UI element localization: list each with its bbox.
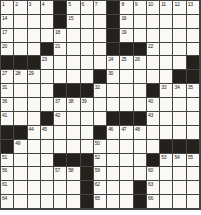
cell-r3c3[interactable] — [28, 29, 41, 43]
cell-r11c15 — [187, 140, 200, 154]
cell-r3c1[interactable]: 17 — [1, 29, 14, 43]
cell-r10c10[interactable]: 47 — [120, 126, 133, 140]
cell-r2c8[interactable] — [94, 15, 107, 29]
clue-number: 46 — [108, 126, 113, 132]
cell-r11c4[interactable] — [41, 140, 54, 154]
cell-r2c2[interactable] — [14, 15, 27, 29]
cell-r12c8[interactable]: 52 — [94, 154, 107, 168]
cell-r1c4[interactable]: 4 — [41, 1, 54, 15]
cell-r5c1 — [1, 56, 14, 70]
cell-r6c8 — [94, 70, 107, 84]
cell-r13c15[interactable] — [187, 167, 200, 181]
clue-number: 26 — [135, 56, 140, 62]
clue-number: 15 — [68, 15, 73, 21]
clue-number: 55 — [188, 154, 193, 160]
clue-number: 54 — [174, 154, 179, 160]
cell-r8c10[interactable] — [120, 98, 133, 112]
cell-r12c7 — [81, 154, 94, 168]
cell-r3c6[interactable] — [67, 29, 80, 43]
cell-r6c14 — [173, 70, 186, 84]
cell-r15c3[interactable] — [28, 195, 41, 209]
cell-r3c11[interactable] — [134, 29, 147, 43]
cell-r4c9 — [107, 43, 120, 57]
cell-r10c12[interactable] — [147, 126, 160, 140]
cell-r5c13[interactable] — [160, 56, 173, 70]
cell-r7c5 — [54, 84, 67, 98]
cell-r11c12[interactable] — [147, 140, 160, 154]
cell-r2c6[interactable]: 15 — [67, 15, 80, 29]
clue-number: 59 — [95, 167, 100, 173]
clue-number: 43 — [148, 112, 153, 118]
cell-r6c3[interactable]: 29 — [28, 70, 41, 84]
cell-r12c11[interactable] — [134, 154, 147, 168]
cell-r10c5[interactable] — [54, 126, 67, 140]
cell-r5c14[interactable] — [173, 56, 186, 70]
clue-number: 66 — [148, 195, 153, 201]
clue-number: 34 — [174, 84, 179, 90]
cell-r11c11[interactable] — [134, 140, 147, 154]
cell-r1c8[interactable]: 7 — [94, 1, 107, 15]
clue-number: 11 — [161, 1, 166, 7]
clue-number: 60 — [148, 167, 153, 173]
cell-r6c7[interactable] — [81, 70, 94, 84]
cell-r4c7[interactable] — [81, 43, 94, 57]
clue-number: 32 — [95, 84, 100, 90]
cell-r12c14[interactable]: 54 — [173, 154, 186, 168]
cell-r2c11[interactable] — [134, 15, 147, 29]
cell-r4c1[interactable]: 20 — [1, 43, 14, 57]
cell-r8c14[interactable] — [173, 98, 186, 112]
cell-r12c3[interactable] — [28, 154, 41, 168]
cell-r9c12[interactable]: 43 — [147, 112, 160, 126]
cell-r11c13 — [160, 140, 173, 154]
clue-number: 48 — [135, 126, 140, 132]
cell-r5c12[interactable] — [147, 56, 160, 70]
cell-r12c2[interactable] — [14, 154, 27, 168]
cell-r15c7 — [81, 195, 94, 209]
cell-r12c1[interactable]: 51 — [1, 154, 14, 168]
cell-r1c9 — [107, 1, 120, 15]
cell-r8c8[interactable] — [94, 98, 107, 112]
cell-r15c15[interactable] — [187, 195, 200, 209]
cell-r11c9[interactable] — [107, 140, 120, 154]
clue-number: 53 — [161, 154, 166, 160]
cell-r13c14[interactable] — [173, 167, 186, 181]
cell-r12c15[interactable]: 55 — [187, 154, 200, 168]
cell-r7c6 — [67, 84, 80, 98]
cell-r11c8[interactable]: 50 — [94, 140, 107, 154]
cell-r9c14[interactable] — [173, 112, 186, 126]
cell-r9c4 — [41, 112, 54, 126]
cell-r12c4[interactable] — [41, 154, 54, 168]
clue-number: 5 — [68, 1, 70, 7]
cell-r9c8[interactable] — [94, 112, 107, 126]
clue-number: 24 — [108, 56, 113, 62]
cell-r2c7[interactable] — [81, 15, 94, 29]
cell-r15c6[interactable] — [67, 195, 80, 209]
cell-r15c1[interactable]: 64 — [1, 195, 14, 209]
cell-r9c6[interactable] — [67, 112, 80, 126]
cell-r1c1[interactable]: 1 — [1, 1, 14, 15]
clue-number: 42 — [55, 112, 60, 118]
clue-number: 9 — [135, 1, 137, 7]
clue-number: 33 — [161, 84, 166, 90]
cell-r4c8[interactable] — [94, 43, 107, 57]
cell-r13c1[interactable]: 56 — [1, 167, 14, 181]
cell-r1c7[interactable]: 6 — [81, 1, 94, 15]
cell-r5c5[interactable] — [54, 56, 67, 70]
cell-r15c14[interactable] — [173, 195, 186, 209]
cell-r1c12[interactable]: 10 — [147, 1, 160, 15]
cell-r7c8[interactable]: 32 — [94, 84, 107, 98]
clue-number: 6 — [82, 1, 84, 7]
cell-r1c15[interactable]: 13 — [187, 1, 200, 15]
cell-r11c3[interactable] — [28, 140, 41, 154]
cell-r4c10 — [120, 43, 133, 57]
cell-r5c2 — [14, 56, 27, 70]
cell-r13c9[interactable] — [107, 167, 120, 181]
cell-r8c11[interactable] — [134, 98, 147, 112]
clue-number: 35 — [188, 84, 193, 90]
cell-r7c7 — [81, 84, 94, 98]
clue-number: 16 — [121, 15, 126, 21]
clue-number: 3 — [29, 1, 31, 7]
cell-r1c6[interactable]: 5 — [67, 1, 80, 15]
cell-r3c15[interactable] — [187, 29, 200, 43]
cell-r6c4[interactable] — [41, 70, 54, 84]
clue-number: 65 — [95, 195, 100, 201]
cell-r14c7 — [81, 181, 94, 195]
cell-r13c10[interactable] — [120, 167, 133, 181]
clue-number: 30 — [108, 70, 113, 76]
cell-r12c9[interactable] — [107, 154, 120, 168]
cell-r10c11[interactable]: 48 — [134, 126, 147, 140]
cell-r2c15[interactable] — [187, 15, 200, 29]
cell-r8c9[interactable] — [107, 98, 120, 112]
cell-r5c3 — [28, 56, 41, 70]
cell-r5c11[interactable]: 26 — [134, 56, 147, 70]
cell-r2c14[interactable] — [173, 15, 186, 29]
clue-number: 63 — [148, 181, 153, 187]
cell-r15c5[interactable] — [54, 195, 67, 209]
cell-r13c12[interactable]: 60 — [147, 167, 160, 181]
clue-number: 31 — [2, 84, 7, 90]
cell-r3c7[interactable] — [81, 29, 94, 43]
cell-r7c11[interactable] — [134, 84, 147, 98]
cell-r9c11 — [134, 112, 147, 126]
cell-r10c3[interactable]: 44 — [28, 126, 41, 140]
cell-r7c12 — [147, 84, 160, 98]
cell-r6c2[interactable]: 28 — [14, 70, 27, 84]
cell-r6c11[interactable] — [134, 70, 147, 84]
cell-r5c7[interactable] — [81, 56, 94, 70]
cell-r4c12[interactable]: 22 — [147, 43, 160, 57]
cell-r10c6[interactable] — [67, 126, 80, 140]
clue-number: 64 — [2, 195, 7, 201]
cell-r6c15 — [187, 70, 200, 84]
cell-r2c4[interactable] — [41, 15, 54, 29]
cell-r4c13[interactable] — [160, 43, 173, 57]
cell-r8c6[interactable]: 38 — [67, 98, 80, 112]
cell-r7c3[interactable] — [28, 84, 41, 98]
cell-r8c2[interactable] — [14, 98, 27, 112]
clue-number: 45 — [42, 126, 47, 132]
cell-r15c8[interactable]: 65 — [94, 195, 107, 209]
cell-r5c6[interactable] — [67, 56, 80, 70]
cell-r1c2[interactable]: 2 — [14, 1, 27, 15]
cell-r15c2[interactable] — [14, 195, 27, 209]
cell-r13c8[interactable]: 59 — [94, 167, 107, 181]
cell-r3c9 — [107, 29, 120, 43]
cell-r9c5[interactable]: 42 — [54, 112, 67, 126]
clue-number: 29 — [29, 70, 34, 76]
cell-r4c5[interactable]: 21 — [54, 43, 67, 57]
cell-r4c2[interactable] — [14, 43, 27, 57]
cell-r15c12[interactable]: 66 — [147, 195, 160, 209]
cell-r12c13[interactable]: 53 — [160, 154, 173, 168]
cell-r14c15[interactable] — [187, 181, 200, 195]
clue-number: 50 — [95, 140, 100, 146]
cell-r3c4[interactable] — [41, 29, 54, 43]
cell-r13c2[interactable] — [14, 167, 27, 181]
cell-r8c3[interactable] — [28, 98, 41, 112]
cell-r13c7 — [81, 167, 94, 181]
cell-r4c15[interactable] — [187, 43, 200, 57]
cell-r1c10[interactable]: 8 — [120, 1, 133, 15]
cell-r8c4[interactable] — [41, 98, 54, 112]
clue-number: 39 — [82, 98, 87, 104]
clue-number: 4 — [42, 1, 44, 7]
cell-r10c2 — [14, 126, 27, 140]
cell-r7c10[interactable] — [120, 84, 133, 98]
crossword-grid: 1234567891011121314151617181920212223242… — [0, 0, 201, 210]
cell-r4c6[interactable] — [67, 43, 80, 57]
clue-number: 25 — [121, 56, 126, 62]
cell-r12c10[interactable] — [120, 154, 133, 168]
clue-number: 37 — [55, 98, 60, 104]
cell-r8c1[interactable]: 36 — [1, 98, 14, 112]
clue-number: 38 — [68, 98, 73, 104]
cell-r3c5[interactable]: 18 — [54, 29, 67, 43]
cell-r14c6[interactable] — [67, 181, 80, 195]
clue-number: 10 — [148, 1, 153, 7]
cell-r13c3[interactable] — [28, 167, 41, 181]
cell-r15c10[interactable] — [120, 195, 133, 209]
cell-r2c9 — [107, 15, 120, 29]
clue-number: 7 — [95, 1, 97, 7]
cell-r9c1[interactable]: 41 — [1, 112, 14, 126]
cell-r10c15[interactable] — [187, 126, 200, 140]
cell-r7c1[interactable]: 31 — [1, 84, 14, 98]
clue-number: 17 — [2, 29, 7, 35]
clue-number: 14 — [2, 15, 7, 21]
cell-r10c7[interactable] — [81, 126, 94, 140]
cell-r14c1[interactable]: 61 — [1, 181, 14, 195]
clue-number: 28 — [15, 70, 20, 76]
clue-number: 51 — [2, 154, 7, 160]
cell-r5c10[interactable]: 25 — [120, 56, 133, 70]
bottom-margin — [0, 210, 201, 215]
cell-r8c5[interactable]: 37 — [54, 98, 67, 112]
clue-number: 12 — [174, 1, 179, 7]
cell-r11c7[interactable] — [81, 140, 94, 154]
clue-number: 19 — [121, 29, 126, 35]
cell-r11c1 — [1, 140, 14, 154]
cell-r6c1[interactable]: 27 — [1, 70, 14, 84]
clue-number: 13 — [188, 1, 193, 7]
clue-number: 21 — [55, 43, 60, 49]
cell-r14c13[interactable] — [160, 181, 173, 195]
cell-r2c3[interactable] — [28, 15, 41, 29]
cell-r2c12[interactable] — [147, 15, 160, 29]
cell-r10c13[interactable] — [160, 126, 173, 140]
cell-r10c8 — [94, 126, 107, 140]
cell-r7c9[interactable] — [107, 84, 120, 98]
cell-r12c12 — [147, 154, 160, 168]
clue-number: 41 — [2, 112, 7, 118]
cell-r7c2[interactable] — [14, 84, 27, 98]
cell-r14c2[interactable] — [14, 181, 27, 195]
cell-r3c12[interactable] — [147, 29, 160, 43]
cell-r11c5[interactable] — [54, 140, 67, 154]
cell-r6c9[interactable]: 30 — [107, 70, 120, 84]
clue-number: 1 — [2, 1, 4, 7]
clue-number: 61 — [2, 181, 7, 187]
cell-r14c11 — [134, 181, 147, 195]
cell-r6c10[interactable] — [120, 70, 133, 84]
clue-number: 20 — [2, 43, 7, 49]
cell-r1c13[interactable]: 11 — [160, 1, 173, 15]
clue-number: 40 — [148, 98, 153, 104]
cell-r8c13[interactable] — [160, 98, 173, 112]
cell-r6c13[interactable] — [160, 70, 173, 84]
cell-r2c5 — [54, 15, 67, 29]
cell-r14c12[interactable]: 63 — [147, 181, 160, 195]
clue-number: 52 — [95, 154, 100, 160]
cell-r7c14[interactable]: 34 — [173, 84, 186, 98]
clue-number: 22 — [148, 43, 153, 49]
cell-r11c14 — [173, 140, 186, 154]
cell-r6c6[interactable] — [67, 70, 80, 84]
cell-r15c11 — [134, 195, 147, 209]
crossword-board: 1234567891011121314151617181920212223242… — [0, 0, 201, 215]
cell-r2c1[interactable]: 14 — [1, 15, 14, 29]
cell-r10c14[interactable] — [173, 126, 186, 140]
clue-number: 49 — [15, 140, 20, 146]
clue-number: 18 — [55, 29, 60, 35]
cell-r12c5 — [54, 154, 67, 168]
clue-number: 58 — [68, 167, 73, 173]
clue-number: 8 — [121, 1, 123, 7]
cell-r11c10[interactable] — [120, 140, 133, 154]
cell-r2c10[interactable]: 16 — [120, 15, 133, 29]
cell-r15c4[interactable] — [41, 195, 54, 209]
cell-r8c7[interactable]: 39 — [81, 98, 94, 112]
clue-number: 36 — [2, 98, 7, 104]
clue-number: 27 — [2, 70, 7, 76]
cell-r2c13[interactable] — [160, 15, 173, 29]
cell-r9c3[interactable] — [28, 112, 41, 126]
cell-r9c10 — [120, 112, 133, 126]
cell-r7c13[interactable]: 33 — [160, 84, 173, 98]
cell-r5c15 — [187, 56, 200, 70]
cell-r14c14[interactable] — [173, 181, 186, 195]
cell-r8c12[interactable]: 40 — [147, 98, 160, 112]
cell-r14c9[interactable] — [107, 181, 120, 195]
cell-r14c5[interactable] — [54, 181, 67, 195]
clue-number: 23 — [42, 56, 47, 62]
clue-number: 56 — [2, 167, 7, 173]
cell-r13c13[interactable] — [160, 167, 173, 181]
cell-r3c14[interactable] — [173, 29, 186, 43]
cell-r5c9[interactable]: 24 — [107, 56, 120, 70]
cell-r13c11[interactable] — [134, 167, 147, 181]
cell-r10c1 — [1, 126, 14, 140]
clue-number: 2 — [15, 1, 17, 7]
cell-r11c2[interactable]: 49 — [14, 140, 27, 154]
cell-r1c11[interactable]: 9 — [134, 1, 147, 15]
cell-r6c12[interactable] — [147, 70, 160, 84]
cell-r1c14[interactable]: 12 — [173, 1, 186, 15]
cell-r3c13[interactable] — [160, 29, 173, 43]
cell-r5c4[interactable]: 23 — [41, 56, 54, 70]
cell-r14c3[interactable] — [28, 181, 41, 195]
cell-r10c4[interactable]: 45 — [41, 126, 54, 140]
cell-r7c4[interactable] — [41, 84, 54, 98]
clue-number: 57 — [55, 167, 60, 173]
cell-r9c2[interactable] — [14, 112, 27, 126]
cell-r4c14[interactable] — [173, 43, 186, 57]
cell-r7c15[interactable]: 35 — [187, 84, 200, 98]
cell-r14c8[interactable]: 62 — [94, 181, 107, 195]
cell-r13c5[interactable]: 57 — [54, 167, 67, 181]
cell-r15c13[interactable] — [160, 195, 173, 209]
cell-r3c8[interactable] — [94, 29, 107, 43]
cell-r1c5 — [54, 1, 67, 15]
cell-r11c6[interactable] — [67, 140, 80, 154]
cell-r1c3[interactable]: 3 — [28, 1, 41, 15]
cell-r9c15[interactable] — [187, 112, 200, 126]
cell-r3c2[interactable] — [14, 29, 27, 43]
cell-r14c10[interactable] — [120, 181, 133, 195]
cell-r6c5[interactable] — [54, 70, 67, 84]
cell-r4c3[interactable] — [28, 43, 41, 57]
clue-number: 44 — [29, 126, 34, 132]
cell-r10c9[interactable]: 46 — [107, 126, 120, 140]
cell-r13c6[interactable]: 58 — [67, 167, 80, 181]
clue-number: 47 — [121, 126, 126, 132]
cell-r3c10[interactable]: 19 — [120, 29, 133, 43]
cell-r14c4[interactable] — [41, 181, 54, 195]
cell-r8c15[interactable] — [187, 98, 200, 112]
cell-r4c11 — [134, 43, 147, 57]
cell-r9c7[interactable] — [81, 112, 94, 126]
cell-r9c13[interactable] — [160, 112, 173, 126]
cell-r15c9[interactable] — [107, 195, 120, 209]
clue-number: 62 — [95, 181, 100, 187]
cell-r4c4 — [41, 43, 54, 57]
cell-r9c9 — [107, 112, 120, 126]
cell-r13c4[interactable] — [41, 167, 54, 181]
cell-r5c8[interactable] — [94, 56, 107, 70]
cell-r12c6 — [67, 154, 80, 168]
